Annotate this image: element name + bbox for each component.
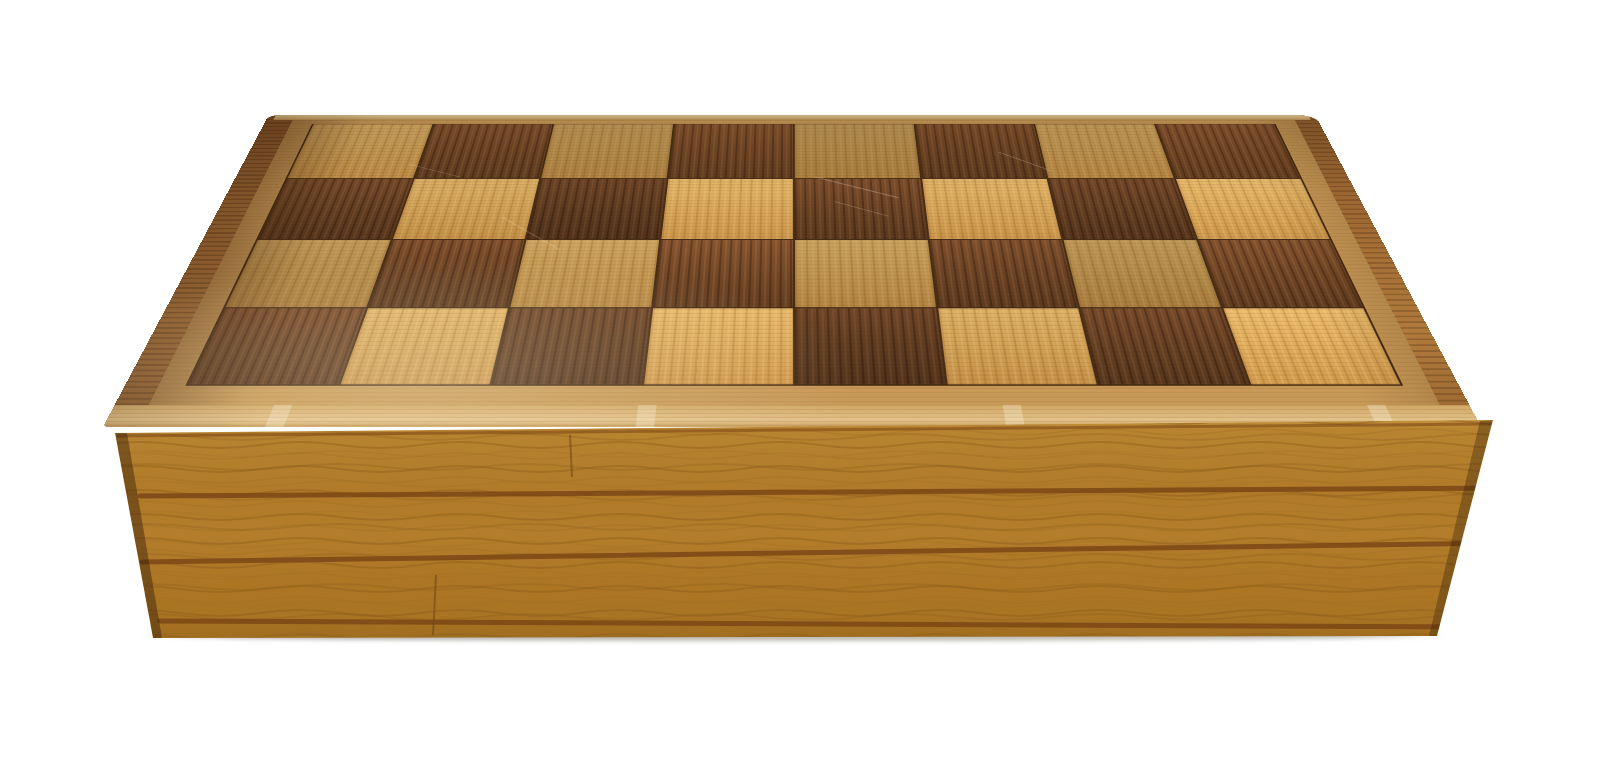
square-a6	[225, 240, 390, 307]
square-c7	[527, 179, 666, 239]
square-b7	[393, 179, 540, 239]
square-e8	[795, 124, 920, 178]
wood-grain-texture	[100, 415, 1510, 645]
board-frame	[149, 120, 1440, 405]
box-front-side	[100, 415, 1510, 645]
square-g6	[1064, 240, 1221, 307]
square-c5	[492, 308, 651, 384]
square-h7	[1175, 179, 1329, 239]
square-d7	[661, 179, 793, 239]
square-e7	[795, 179, 927, 239]
square-d5	[644, 308, 794, 384]
square-a8	[288, 124, 432, 178]
square-h5	[1223, 308, 1400, 384]
square-c6	[510, 240, 658, 307]
square-b6	[368, 240, 525, 307]
square-b8	[414, 124, 552, 178]
square-f7	[922, 179, 1062, 239]
square-h6	[1198, 240, 1363, 307]
square-a5	[188, 308, 365, 384]
square-f5	[938, 308, 1097, 384]
square-d8	[668, 124, 793, 178]
board-grid	[185, 124, 1403, 386]
square-c8	[541, 124, 672, 178]
square-d6	[653, 240, 793, 307]
board-lid-top	[103, 115, 1482, 427]
square-b5	[340, 308, 508, 384]
chessboard-box-photo	[0, 0, 1600, 765]
square-f6	[929, 240, 1078, 307]
square-e6	[795, 240, 936, 307]
square-g7	[1049, 179, 1196, 239]
square-f8	[915, 124, 1047, 178]
square-g5	[1080, 308, 1248, 384]
square-e5	[795, 308, 945, 384]
square-h8	[1156, 124, 1301, 178]
square-g8	[1035, 124, 1173, 178]
square-a7	[258, 179, 412, 239]
